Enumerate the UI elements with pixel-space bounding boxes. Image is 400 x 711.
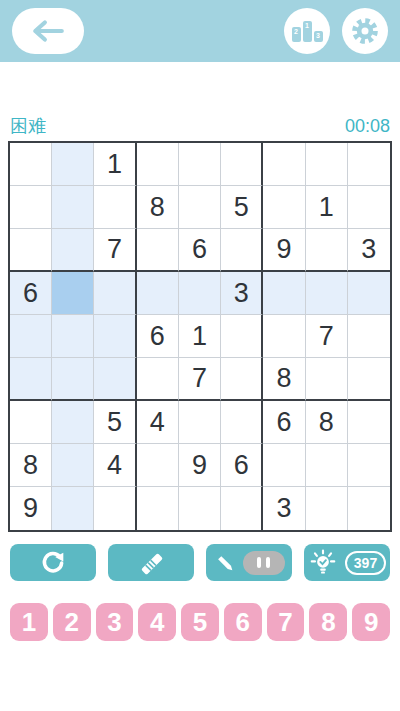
cell-r6c5[interactable]: 7 [179, 358, 221, 401]
numpad-6[interactable]: 6 [224, 603, 262, 641]
cell-r8c4[interactable] [137, 444, 179, 487]
cell-r1c6[interactable] [221, 143, 263, 186]
cell-r1c1[interactable] [10, 143, 52, 186]
cell-r3c6[interactable] [221, 229, 263, 272]
pencil-icon [214, 552, 236, 574]
cell-r8c9[interactable] [348, 444, 390, 487]
cell-r6c9[interactable] [348, 358, 390, 401]
numpad-7[interactable]: 7 [267, 603, 305, 641]
timer: 00:08 [345, 116, 390, 137]
cell-r5c9[interactable] [348, 315, 390, 358]
cell-r2c3[interactable] [94, 186, 136, 229]
back-button[interactable] [12, 8, 84, 54]
cell-r7c8[interactable]: 8 [306, 401, 348, 444]
status-row: 困难 00:08 [10, 115, 390, 137]
cell-r2c4[interactable]: 8 [137, 186, 179, 229]
cell-r7c7[interactable]: 6 [263, 401, 305, 444]
gear-icon [351, 17, 379, 45]
restart-icon [40, 550, 66, 576]
cell-r7c4[interactable]: 4 [137, 401, 179, 444]
cell-r7c6[interactable] [221, 401, 263, 444]
top-bar: 213 [0, 0, 400, 62]
settings-button[interactable] [342, 8, 388, 54]
cell-r1c8[interactable] [306, 143, 348, 186]
cell-r2c7[interactable] [263, 186, 305, 229]
cell-r5c3[interactable] [94, 315, 136, 358]
cell-r3c5[interactable]: 6 [179, 229, 221, 272]
cell-r4c6[interactable]: 3 [221, 272, 263, 315]
toggle-bar [257, 557, 261, 568]
numpad-5[interactable]: 5 [181, 603, 219, 641]
podium-bar-2: 2 [292, 27, 301, 42]
cell-r9c3[interactable] [94, 487, 136, 530]
hint-count-badge: 397 [345, 551, 386, 575]
cell-r3c3[interactable]: 7 [94, 229, 136, 272]
back-arrow-icon [30, 18, 66, 44]
cell-r3c2[interactable] [52, 229, 94, 272]
cell-r1c2[interactable] [52, 143, 94, 186]
cell-r4c7[interactable] [263, 272, 305, 315]
numpad-9[interactable]: 9 [352, 603, 390, 641]
cell-r8c6[interactable]: 6 [221, 444, 263, 487]
cell-r3c9[interactable]: 3 [348, 229, 390, 272]
cell-r6c6[interactable] [221, 358, 263, 401]
restart-button[interactable] [10, 544, 96, 581]
cell-r3c1[interactable] [10, 229, 52, 272]
cell-r2c6[interactable]: 5 [221, 186, 263, 229]
numpad-1[interactable]: 1 [10, 603, 48, 641]
cell-r2c9[interactable] [348, 186, 390, 229]
leaderboard-button[interactable]: 213 [284, 8, 330, 54]
leaderboard-podium-icon: 213 [292, 21, 323, 42]
cell-r9c5[interactable] [179, 487, 221, 530]
cell-r1c7[interactable] [263, 143, 305, 186]
cell-r6c8[interactable] [306, 358, 348, 401]
cell-r6c4[interactable] [137, 358, 179, 401]
cell-r7c5[interactable] [179, 401, 221, 444]
difficulty-label: 困难 [10, 114, 46, 138]
cell-r7c1[interactable] [10, 401, 52, 444]
cell-r8c3[interactable]: 4 [94, 444, 136, 487]
topbar-actions: 213 [284, 8, 388, 54]
numpad-3[interactable]: 3 [96, 603, 134, 641]
cell-r9c4[interactable] [137, 487, 179, 530]
cell-r5c8[interactable]: 7 [306, 315, 348, 358]
cell-r4c4[interactable] [137, 272, 179, 315]
cell-r3c4[interactable] [137, 229, 179, 272]
cell-r8c5[interactable]: 9 [179, 444, 221, 487]
cell-r7c3[interactable]: 5 [94, 401, 136, 444]
cell-r5c7[interactable] [263, 315, 305, 358]
cell-r6c3[interactable] [94, 358, 136, 401]
cell-r6c2[interactable] [52, 358, 94, 401]
cell-r5c4[interactable]: 6 [137, 315, 179, 358]
cell-r8c1[interactable]: 8 [10, 444, 52, 487]
cell-r9c6[interactable] [221, 487, 263, 530]
cell-r9c1[interactable]: 9 [10, 487, 52, 530]
light-bulb-icon [308, 548, 338, 578]
cell-r7c2[interactable] [52, 401, 94, 444]
sudoku-board: 1851769363617785468849693 [8, 141, 392, 532]
cell-r1c3[interactable]: 1 [94, 143, 136, 186]
cell-r6c7[interactable]: 8 [263, 358, 305, 401]
cell-r5c1[interactable] [10, 315, 52, 358]
pencil-mode-button[interactable] [206, 544, 292, 581]
cell-r2c8[interactable]: 1 [306, 186, 348, 229]
cell-r3c7[interactable]: 9 [263, 229, 305, 272]
cell-r4c8[interactable] [306, 272, 348, 315]
cell-r9c2[interactable] [52, 487, 94, 530]
cell-r4c9[interactable] [348, 272, 390, 315]
cell-r2c2[interactable] [52, 186, 94, 229]
cell-r1c4[interactable] [137, 143, 179, 186]
numpad-2[interactable]: 2 [53, 603, 91, 641]
cell-r1c5[interactable] [179, 143, 221, 186]
cell-r9c8[interactable] [306, 487, 348, 530]
pencil-toggle[interactable] [243, 551, 285, 575]
cell-r7c9[interactable] [348, 401, 390, 444]
cell-r2c1[interactable] [10, 186, 52, 229]
cell-r8c8[interactable] [306, 444, 348, 487]
toolbar: 397 [10, 544, 390, 581]
hint-button[interactable]: 397 [304, 544, 390, 581]
numpad-4[interactable]: 4 [138, 603, 176, 641]
cell-r3c8[interactable] [306, 229, 348, 272]
numpad-8[interactable]: 8 [309, 603, 347, 641]
eraser-button[interactable] [108, 544, 194, 581]
cell-r4c5[interactable] [179, 272, 221, 315]
cell-r2c5[interactable] [179, 186, 221, 229]
cell-r8c2[interactable] [52, 444, 94, 487]
cell-r5c5[interactable]: 1 [179, 315, 221, 358]
podium-bar-3: 3 [314, 31, 323, 42]
cell-r5c6[interactable] [221, 315, 263, 358]
cell-r9c9[interactable] [348, 487, 390, 530]
cell-r4c1[interactable]: 6 [10, 272, 52, 315]
cell-r5c2[interactable] [52, 315, 94, 358]
cell-r1c9[interactable] [348, 143, 390, 186]
podium-bar-1: 1 [303, 21, 312, 42]
cell-r4c3[interactable] [94, 272, 136, 315]
cell-r8c7[interactable] [263, 444, 305, 487]
number-pad: 123456789 [10, 603, 390, 641]
eraser-icon [137, 549, 165, 577]
cell-r6c1[interactable] [10, 358, 52, 401]
cell-r9c7[interactable]: 3 [263, 487, 305, 530]
toggle-bar [266, 557, 270, 568]
cell-r4c2[interactable] [52, 272, 94, 315]
